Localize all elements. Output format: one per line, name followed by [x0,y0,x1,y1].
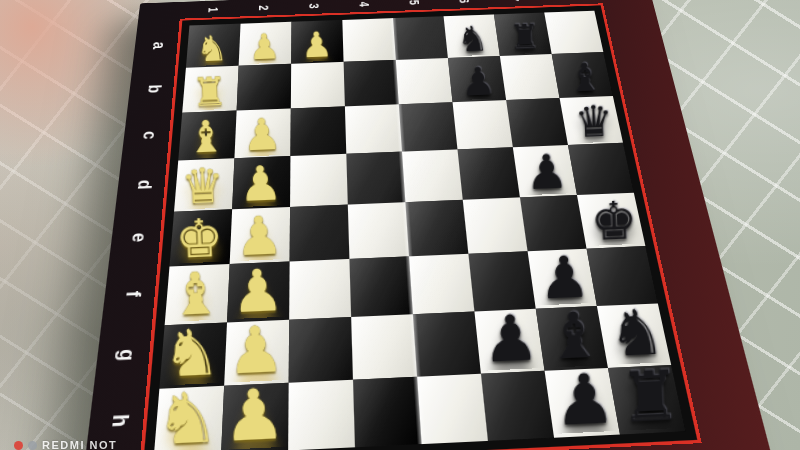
square-b5[interactable] [396,58,453,104]
square-h8[interactable]: ♜ [608,365,686,435]
piece-white-b-c1[interactable]: ♝ [177,115,235,161]
square-g6[interactable]: ♟ [474,309,544,374]
square-b1[interactable]: ♜ [182,66,238,113]
square-b3[interactable] [291,62,345,109]
piece-white-n-a1[interactable]: ♞ [185,31,239,68]
square-a5[interactable] [393,16,448,60]
piece-white-k-e1[interactable]: ♚ [168,210,230,266]
piece-black-n-a6[interactable]: ♞ [446,21,499,58]
rank-label-6: 6 [453,0,476,18]
piece-white-q-d1[interactable]: ♛ [173,161,233,211]
square-b4[interactable] [344,60,399,107]
rank-label-2: 2 [254,0,274,26]
piece-white-p-e2[interactable]: ♟ [228,208,290,263]
square-b8[interactable]: ♝ [552,52,613,98]
square-d5[interactable] [402,149,463,202]
square-e4[interactable] [348,202,409,259]
rank-label-5: 5 [404,0,425,20]
square-f4[interactable] [349,256,412,317]
square-g4[interactable] [351,314,417,379]
square-e1[interactable]: ♚ [170,209,233,266]
piece-white-p-c2[interactable]: ♟ [233,112,290,157]
piece-black-r-a7[interactable]: ♜ [498,19,551,55]
square-a3[interactable]: ♟ [291,20,343,64]
square-d4[interactable] [346,152,405,205]
square-h4[interactable] [353,377,422,448]
square-a4[interactable] [342,18,395,62]
square-e8[interactable]: ♚ [577,193,645,249]
square-h5[interactable] [417,374,488,444]
piece-black-b-b8[interactable]: ♝ [557,57,612,98]
piece-white-r-b1[interactable]: ♜ [181,71,237,112]
square-b2[interactable] [237,64,292,111]
square-a1[interactable]: ♞ [186,24,241,68]
square-h2[interactable]: ♟ [221,383,289,450]
watermark-red-dot-icon [14,441,23,450]
square-a2[interactable]: ♟ [239,22,292,66]
piece-white-p-d2[interactable]: ♟ [231,159,291,209]
square-e6[interactable] [463,197,528,253]
piece-black-q-c8[interactable]: ♛ [566,100,622,145]
piece-black-r-h8[interactable]: ♜ [616,361,684,433]
square-c3[interactable] [290,106,346,156]
piece-black-p-d7[interactable]: ♟ [517,147,576,197]
watermark-text: REDMI NOT [42,439,117,450]
square-a7[interactable]: ♜ [494,13,552,56]
board-red-trim-field: ♞♟♟♞♜♜♟♝♝♟♛♛♟♟♚♟♚♝♟♟♞♟♟♝♞♞♟♟♜ [139,3,702,450]
square-d3[interactable] [290,154,348,207]
square-g5[interactable] [413,312,481,377]
square-d2[interactable]: ♟ [232,156,290,209]
square-b7[interactable] [500,54,560,100]
square-g3[interactable] [289,317,353,383]
piece-white-p-h2[interactable]: ♟ [219,379,288,450]
square-e5[interactable] [405,200,468,256]
square-d8[interactable] [568,143,634,195]
square-a6[interactable]: ♞ [444,14,500,57]
square-f3[interactable] [289,259,351,320]
square-d1[interactable]: ♛ [174,158,234,211]
chess-board-perspective-wrap: 12345678 abcdefgh ♞♟♟♞♜♜♟♝♝♟♛♛♟♟♚♟♚♝♟♟♞♟… [77,0,782,450]
square-h7[interactable]: ♟ [545,368,620,438]
square-c8[interactable]: ♛ [560,96,623,145]
piece-white-n-h1[interactable]: ♞ [152,382,222,450]
piece-white-p-a2[interactable]: ♟ [238,29,292,66]
rank-label-3: 3 [305,0,324,24]
piece-black-p-b6[interactable]: ♟ [451,61,506,102]
square-a8[interactable] [544,11,603,54]
square-f5[interactable] [409,254,474,315]
square-c6[interactable] [453,100,513,149]
piece-black-k-e8[interactable]: ♚ [584,193,645,248]
square-e3[interactable] [290,205,350,262]
square-c4[interactable] [345,104,402,154]
photo-scene: 12345678 abcdefgh ♞♟♟♞♜♜♟♝♝♟♛♛♟♟♚♟♚♝♟♟♞♟… [0,0,800,450]
file-label-b: b [122,77,186,101]
square-c5[interactable] [399,102,458,151]
square-d7[interactable]: ♟ [513,145,577,197]
square-d6[interactable] [457,147,519,200]
watermark-grey-dot-icon [28,441,37,450]
rank-label-4: 4 [354,0,374,22]
piece-black-p-g6[interactable]: ♟ [478,306,544,372]
square-c7[interactable] [506,98,568,147]
board-frame: 12345678 abcdefgh ♞♟♟♞♜♜♟♝♝♟♛♛♟♟♚♟♚♝♟♟♞♟… [77,0,782,450]
square-c2[interactable]: ♟ [234,108,290,158]
square-b6[interactable]: ♟ [448,56,506,102]
square-h1[interactable]: ♞ [154,386,224,450]
camera-watermark: REDMI NOT [14,436,117,450]
square-h3[interactable] [288,380,355,450]
square-c1[interactable]: ♝ [178,111,236,161]
file-label-a: a [128,34,190,57]
rank-label-1: 1 [203,0,224,28]
square-h6[interactable] [481,371,554,441]
piece-black-p-h7[interactable]: ♟ [550,364,618,437]
piece-white-p-a3[interactable]: ♟ [290,27,344,64]
chess-board[interactable]: ♞♟♟♞♜♜♟♝♝♟♛♛♟♟♚♟♚♝♟♟♞♟♟♝♞♞♟♟♜ [154,11,686,450]
